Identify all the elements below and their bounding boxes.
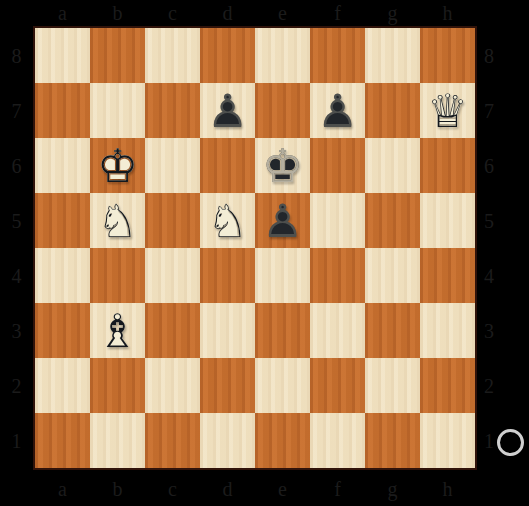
file-label-h-bottom: h xyxy=(420,472,475,506)
rank-label-4-right: 4 xyxy=(477,248,501,303)
square-e5[interactable]: ♟♙ xyxy=(255,193,310,248)
white-king-glyph-outline: ♔ xyxy=(90,138,145,193)
square-g3[interactable] xyxy=(365,303,420,358)
square-h5[interactable] xyxy=(420,193,475,248)
piece-white-knight[interactable]: ♞♘ xyxy=(200,193,255,248)
file-label-g-top: g xyxy=(365,0,420,26)
square-e6[interactable]: ♚♔ xyxy=(255,138,310,193)
square-g6[interactable] xyxy=(365,138,420,193)
black-pawn-glyph-outline: ♙ xyxy=(255,193,310,248)
square-a4[interactable] xyxy=(35,248,90,303)
file-label-f-top: f xyxy=(310,0,365,26)
square-g4[interactable] xyxy=(365,248,420,303)
square-g2[interactable] xyxy=(365,358,420,413)
rank-label-3-left: 3 xyxy=(0,303,33,358)
rank-labels-right: 87654321 xyxy=(477,28,501,468)
rank-label-2-right: 2 xyxy=(477,358,501,413)
white-bishop-glyph-fill: ♝ xyxy=(90,303,145,358)
file-label-c-bottom: c xyxy=(145,472,200,506)
square-h3[interactable] xyxy=(420,303,475,358)
piece-black-pawn[interactable]: ♟♙ xyxy=(255,193,310,248)
board-frame: ♟♙♟♙♛♕♚♔♚♔♞♘♞♘♟♙♝♗ xyxy=(33,26,477,470)
square-f4[interactable] xyxy=(310,248,365,303)
file-label-e-top: e xyxy=(255,0,310,26)
square-d5[interactable]: ♞♘ xyxy=(200,193,255,248)
file-label-h-top: h xyxy=(420,0,475,26)
rank-label-4-left: 4 xyxy=(0,248,33,303)
white-to-move-indicator xyxy=(497,429,524,456)
square-h1[interactable] xyxy=(420,413,475,468)
board: ♟♙♟♙♛♕♚♔♚♔♞♘♞♘♟♙♝♗ xyxy=(35,28,475,468)
square-h7[interactable]: ♛♕ xyxy=(420,83,475,138)
square-b5[interactable]: ♞♘ xyxy=(90,193,145,248)
white-bishop-glyph-outline: ♗ xyxy=(90,303,145,358)
rank-label-6-left: 6 xyxy=(0,138,33,193)
square-d1[interactable] xyxy=(200,413,255,468)
square-e4[interactable] xyxy=(255,248,310,303)
square-c7[interactable] xyxy=(145,83,200,138)
square-f1[interactable] xyxy=(310,413,365,468)
black-pawn-glyph-fill: ♟ xyxy=(200,83,255,138)
square-a2[interactable] xyxy=(35,358,90,413)
white-king-glyph-fill: ♚ xyxy=(90,138,145,193)
piece-white-queen[interactable]: ♛♕ xyxy=(420,83,475,138)
square-c6[interactable] xyxy=(145,138,200,193)
rank-label-2-left: 2 xyxy=(0,358,33,413)
white-knight-glyph-outline: ♘ xyxy=(90,193,145,248)
square-a1[interactable] xyxy=(35,413,90,468)
rank-label-1-left: 1 xyxy=(0,413,33,468)
black-king-glyph-outline: ♔ xyxy=(255,138,310,193)
square-c4[interactable] xyxy=(145,248,200,303)
square-h2[interactable] xyxy=(420,358,475,413)
piece-black-pawn[interactable]: ♟♙ xyxy=(310,83,365,138)
piece-black-king[interactable]: ♚♔ xyxy=(255,138,310,193)
file-label-d-bottom: d xyxy=(200,472,255,506)
file-label-d-top: d xyxy=(200,0,255,26)
square-b3[interactable]: ♝♗ xyxy=(90,303,145,358)
square-c2[interactable] xyxy=(145,358,200,413)
square-c8[interactable] xyxy=(145,28,200,83)
square-f8[interactable] xyxy=(310,28,365,83)
rank-label-5-left: 5 xyxy=(0,193,33,248)
square-h4[interactable] xyxy=(420,248,475,303)
square-b6[interactable]: ♚♔ xyxy=(90,138,145,193)
square-b1[interactable] xyxy=(90,413,145,468)
square-b8[interactable] xyxy=(90,28,145,83)
rank-label-7-left: 7 xyxy=(0,83,33,138)
file-label-c-top: c xyxy=(145,0,200,26)
square-f5[interactable] xyxy=(310,193,365,248)
square-f2[interactable] xyxy=(310,358,365,413)
file-label-a-top: a xyxy=(35,0,90,26)
file-label-b-top: b xyxy=(90,0,145,26)
square-h6[interactable] xyxy=(420,138,475,193)
square-a5[interactable] xyxy=(35,193,90,248)
square-g5[interactable] xyxy=(365,193,420,248)
square-g8[interactable] xyxy=(365,28,420,83)
square-e7[interactable] xyxy=(255,83,310,138)
square-b4[interactable] xyxy=(90,248,145,303)
file-label-g-bottom: g xyxy=(365,472,420,506)
piece-white-knight[interactable]: ♞♘ xyxy=(90,193,145,248)
square-a3[interactable] xyxy=(35,303,90,358)
rank-label-3-right: 3 xyxy=(477,303,501,358)
square-d2[interactable] xyxy=(200,358,255,413)
file-label-e-bottom: e xyxy=(255,472,310,506)
square-d4[interactable] xyxy=(200,248,255,303)
black-pawn-glyph-outline: ♙ xyxy=(200,83,255,138)
rank-label-8-left: 8 xyxy=(0,28,33,83)
square-a8[interactable] xyxy=(35,28,90,83)
rank-labels-left: 87654321 xyxy=(0,28,33,468)
square-c5[interactable] xyxy=(145,193,200,248)
white-knight-glyph-fill: ♞ xyxy=(200,193,255,248)
square-e3[interactable] xyxy=(255,303,310,358)
white-queen-glyph-fill: ♛ xyxy=(420,83,475,138)
piece-white-bishop[interactable]: ♝♗ xyxy=(90,303,145,358)
square-g7[interactable] xyxy=(365,83,420,138)
square-a6[interactable] xyxy=(35,138,90,193)
square-g1[interactable] xyxy=(365,413,420,468)
chess-diagram: abcdefgh 87654321 ♟♙♟♙♛♕♚♔♚♔♞♘♞♘♟♙♝♗ 876… xyxy=(0,0,529,506)
rank-label-5-right: 5 xyxy=(477,193,501,248)
file-label-b-bottom: b xyxy=(90,472,145,506)
black-king-glyph-fill: ♚ xyxy=(255,138,310,193)
square-c3[interactable] xyxy=(145,303,200,358)
square-e2[interactable] xyxy=(255,358,310,413)
white-queen-glyph-outline: ♕ xyxy=(420,83,475,138)
square-e1[interactable] xyxy=(255,413,310,468)
file-labels-bottom: abcdefgh xyxy=(35,472,475,506)
square-f7[interactable]: ♟♙ xyxy=(310,83,365,138)
white-knight-glyph-fill: ♞ xyxy=(90,193,145,248)
file-label-f-bottom: f xyxy=(310,472,365,506)
rank-label-8-right: 8 xyxy=(477,28,501,83)
black-pawn-glyph-outline: ♙ xyxy=(310,83,365,138)
white-knight-glyph-outline: ♘ xyxy=(200,193,255,248)
rank-label-7-right: 7 xyxy=(477,83,501,138)
black-pawn-glyph-fill: ♟ xyxy=(310,83,365,138)
square-c1[interactable] xyxy=(145,413,200,468)
square-f3[interactable] xyxy=(310,303,365,358)
square-b2[interactable] xyxy=(90,358,145,413)
piece-white-king[interactable]: ♚♔ xyxy=(90,138,145,193)
square-b7[interactable] xyxy=(90,83,145,138)
black-pawn-glyph-fill: ♟ xyxy=(255,193,310,248)
square-d8[interactable] xyxy=(200,28,255,83)
piece-black-pawn[interactable]: ♟♙ xyxy=(200,83,255,138)
square-d3[interactable] xyxy=(200,303,255,358)
square-f6[interactable] xyxy=(310,138,365,193)
rank-label-6-right: 6 xyxy=(477,138,501,193)
file-labels-top: abcdefgh xyxy=(35,0,475,26)
square-d7[interactable]: ♟♙ xyxy=(200,83,255,138)
square-d6[interactable] xyxy=(200,138,255,193)
square-h8[interactable] xyxy=(420,28,475,83)
square-e8[interactable] xyxy=(255,28,310,83)
square-a7[interactable] xyxy=(35,83,90,138)
file-label-a-bottom: a xyxy=(35,472,90,506)
